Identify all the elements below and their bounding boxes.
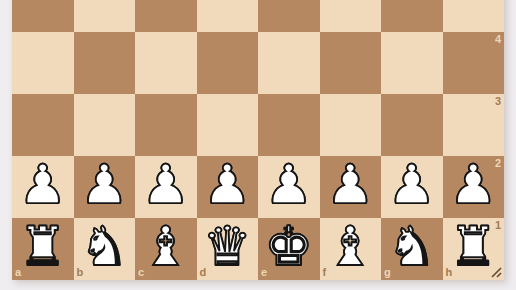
- square-f2[interactable]: ♟: [320, 156, 382, 218]
- square-h2[interactable]: ♟2: [443, 156, 505, 218]
- rank-label-1: 1: [495, 220, 501, 231]
- square-d4[interactable]: [197, 32, 259, 94]
- square-b3[interactable]: [74, 94, 136, 156]
- white-pawn[interactable]: ♟: [203, 158, 251, 212]
- square-b1[interactable]: ♞b: [74, 218, 136, 280]
- white-pawn[interactable]: ♟: [80, 158, 128, 212]
- white-pawn[interactable]: ♟: [142, 158, 190, 212]
- white-bishop[interactable]: ♝: [142, 220, 190, 274]
- chess-board[interactable]: ♜♞♝♛♚♝♞♜♟♟♟♟♟♟♟♟43♟♟♟♟♟♟♟♟2♜a♞b♝c♛d♚e♝f♞…: [12, 0, 504, 280]
- square-h3[interactable]: 3: [443, 94, 505, 156]
- white-king[interactable]: ♚: [265, 220, 313, 274]
- square-b4[interactable]: [74, 32, 136, 94]
- white-pawn[interactable]: ♟: [449, 158, 497, 212]
- square-h5[interactable]: [443, 0, 505, 32]
- white-pawn[interactable]: ♟: [265, 158, 313, 212]
- square-c3[interactable]: [135, 94, 197, 156]
- board-resize-handle[interactable]: [489, 265, 503, 279]
- file-label-g: g: [384, 267, 391, 278]
- square-h1[interactable]: ♜1h: [443, 218, 505, 280]
- square-b5[interactable]: [74, 0, 136, 32]
- file-label-a: a: [15, 267, 21, 278]
- square-a3[interactable]: [12, 94, 74, 156]
- white-pawn[interactable]: ♟: [388, 158, 436, 212]
- square-e3[interactable]: [258, 94, 320, 156]
- square-a1[interactable]: ♜a: [12, 218, 74, 280]
- square-c5[interactable]: [135, 0, 197, 32]
- white-knight[interactable]: ♞: [80, 220, 128, 274]
- file-label-f: f: [323, 267, 327, 278]
- square-d5[interactable]: [197, 0, 259, 32]
- square-a4[interactable]: [12, 32, 74, 94]
- file-label-d: d: [200, 267, 207, 278]
- file-label-h: h: [446, 267, 453, 278]
- square-d2[interactable]: ♟: [197, 156, 259, 218]
- square-a5[interactable]: [12, 0, 74, 32]
- white-queen[interactable]: ♛: [203, 220, 251, 274]
- square-f4[interactable]: [320, 32, 382, 94]
- square-d1[interactable]: ♛d: [197, 218, 259, 280]
- square-g1[interactable]: ♞g: [381, 218, 443, 280]
- page: ♜♞♝♛♚♝♞♜♟♟♟♟♟♟♟♟43♟♟♟♟♟♟♟♟2♜a♞b♝c♛d♚e♝f♞…: [0, 0, 516, 290]
- square-e2[interactable]: ♟: [258, 156, 320, 218]
- square-g2[interactable]: ♟: [381, 156, 443, 218]
- square-c1[interactable]: ♝c: [135, 218, 197, 280]
- white-knight[interactable]: ♞: [388, 220, 436, 274]
- rank-label-3: 3: [495, 96, 501, 107]
- file-label-b: b: [77, 267, 84, 278]
- square-f5[interactable]: [320, 0, 382, 32]
- square-e4[interactable]: [258, 32, 320, 94]
- square-b2[interactable]: ♟: [74, 156, 136, 218]
- white-pawn[interactable]: ♟: [326, 158, 374, 212]
- file-label-e: e: [261, 267, 267, 278]
- white-rook[interactable]: ♜: [19, 220, 67, 274]
- square-e5[interactable]: [258, 0, 320, 32]
- file-label-c: c: [138, 267, 144, 278]
- white-pawn[interactable]: ♟: [19, 158, 67, 212]
- square-f3[interactable]: [320, 94, 382, 156]
- square-g5[interactable]: [381, 0, 443, 32]
- rank-label-4: 4: [495, 34, 501, 45]
- square-d3[interactable]: [197, 94, 259, 156]
- rank-label-2: 2: [495, 158, 501, 169]
- square-g3[interactable]: [381, 94, 443, 156]
- white-bishop[interactable]: ♝: [326, 220, 374, 274]
- square-h4[interactable]: 4: [443, 32, 505, 94]
- square-c2[interactable]: ♟: [135, 156, 197, 218]
- square-c4[interactable]: [135, 32, 197, 94]
- square-f1[interactable]: ♝f: [320, 218, 382, 280]
- square-a2[interactable]: ♟: [12, 156, 74, 218]
- square-g4[interactable]: [381, 32, 443, 94]
- square-e1[interactable]: ♚e: [258, 218, 320, 280]
